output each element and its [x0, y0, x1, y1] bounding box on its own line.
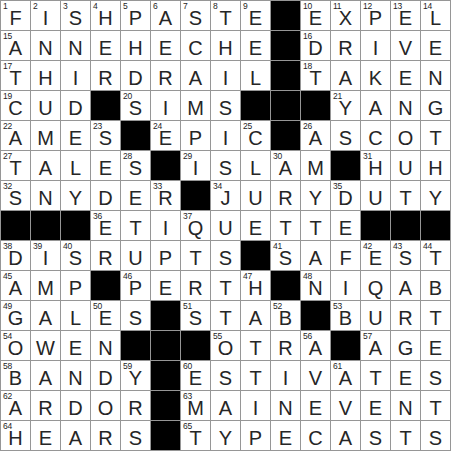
cell-14-13[interactable]: E — [361, 391, 390, 420]
cell-1-4[interactable]: 4H — [91, 1, 120, 30]
cell-1-3[interactable]: 3S — [61, 1, 90, 30]
cell-4-13[interactable]: A — [361, 91, 390, 120]
cell-letter: A — [241, 307, 270, 329]
cell-letter: U — [241, 187, 270, 209]
cell-13-1[interactable]: 58B — [1, 361, 30, 390]
cell-6-11[interactable]: M — [301, 151, 330, 180]
black-cell-15-6 — [151, 421, 180, 450]
cell-5-2[interactable]: M — [31, 121, 60, 150]
cell-10-3[interactable]: P — [61, 271, 90, 300]
cell-letter: S — [1, 187, 30, 209]
cell-15-12[interactable]: A — [331, 421, 360, 450]
cell-letter: R — [181, 277, 210, 299]
cell-8-8[interactable]: U — [211, 211, 240, 240]
cell-4-1[interactable]: 19C — [1, 91, 30, 120]
cell-9-5[interactable]: U — [121, 241, 150, 270]
cell-12-10[interactable]: R — [271, 331, 300, 360]
cell-1-6[interactable]: 6A — [151, 1, 180, 30]
cell-7-2[interactable]: N — [31, 181, 60, 210]
cell-letter: A — [1, 127, 30, 149]
cell-letter: A — [391, 277, 420, 299]
cell-6-9[interactable]: L — [241, 151, 270, 180]
cell-letter: S — [421, 367, 450, 389]
cell-letter: C — [1, 97, 30, 119]
black-cell-14-6 — [151, 391, 180, 420]
cell-10-2[interactable]: M — [31, 271, 60, 300]
cell-letter: V — [331, 397, 360, 419]
cell-letter: A — [271, 157, 300, 179]
cell-letter: H — [91, 7, 120, 29]
cell-2-4[interactable]: E — [91, 31, 120, 60]
cell-letter: A — [181, 67, 210, 89]
cell-letter: T — [421, 307, 450, 329]
cell-9-13[interactable]: 42E — [361, 241, 390, 270]
cell-1-11[interactable]: 10E — [301, 1, 330, 30]
cell-3-12[interactable]: A — [331, 61, 360, 90]
cell-15-10[interactable]: E — [271, 421, 300, 450]
cell-6-14[interactable]: U — [391, 151, 420, 180]
cell-1-13[interactable]: 12P — [361, 1, 390, 30]
cell-11-1[interactable]: 49G — [1, 301, 30, 330]
cell-letter: E — [241, 7, 270, 29]
cell-7-9[interactable]: U — [241, 181, 270, 210]
cell-letter: N — [61, 367, 90, 389]
cell-letter: O — [391, 127, 420, 149]
cell-13-9[interactable]: T — [241, 361, 270, 390]
cell-letter: E — [361, 247, 390, 269]
cell-letter: T — [1, 157, 30, 179]
cell-6-5[interactable]: 28S — [121, 151, 150, 180]
cell-letter: E — [121, 187, 150, 209]
cell-letter: L — [241, 67, 270, 89]
cell-letter: E — [151, 277, 180, 299]
cell-10-8[interactable]: T — [211, 271, 240, 300]
black-cell-10-4 — [91, 271, 120, 300]
cell-9-2[interactable]: 39I — [31, 241, 60, 270]
cell-letter: F — [331, 247, 360, 269]
cell-5-6[interactable]: 24E — [151, 121, 180, 150]
cell-4-14[interactable]: N — [391, 91, 420, 120]
cell-8-7[interactable]: 37Q — [181, 211, 210, 240]
cell-letter: T — [391, 427, 420, 449]
cell-3-3[interactable]: I — [61, 61, 90, 90]
cell-13-13[interactable]: T — [361, 361, 390, 390]
cell-letter: T — [271, 217, 300, 239]
cell-13-2[interactable]: A — [31, 361, 60, 390]
cell-7-5[interactable]: E — [121, 181, 150, 210]
cell-letter: N — [391, 397, 420, 419]
cell-10-6[interactable]: E — [151, 271, 180, 300]
cell-12-13[interactable]: 57A — [361, 331, 390, 360]
cell-14-12[interactable]: V — [331, 391, 360, 420]
cell-3-8[interactable]: I — [211, 61, 240, 90]
cell-11-8[interactable]: T — [211, 301, 240, 330]
cell-3-7[interactable]: A — [181, 61, 210, 90]
cell-2-14[interactable]: V — [391, 31, 420, 60]
cell-letter: A — [151, 7, 180, 29]
cell-15-4[interactable]: R — [91, 421, 120, 450]
cell-letter: M — [31, 127, 60, 149]
cell-13-14[interactable]: E — [391, 361, 420, 390]
cell-letter: S — [211, 367, 240, 389]
cell-2-15[interactable]: E — [421, 31, 450, 60]
cell-1-9[interactable]: 9E — [241, 1, 270, 30]
cell-4-6[interactable]: I — [151, 91, 180, 120]
cell-15-13[interactable]: S — [361, 421, 390, 450]
cell-13-5[interactable]: 59Y — [121, 361, 150, 390]
cell-12-4[interactable]: N — [91, 331, 120, 360]
cell-14-14[interactable]: N — [391, 391, 420, 420]
cell-2-8[interactable]: H — [211, 31, 240, 60]
cell-9-14[interactable]: 43S — [391, 241, 420, 270]
cell-7-11[interactable]: Y — [301, 181, 330, 210]
cell-1-15[interactable]: 14L — [421, 1, 450, 30]
cell-letter: T — [421, 127, 450, 149]
cell-1-8[interactable]: 8T — [211, 1, 240, 30]
cell-3-13[interactable]: K — [361, 61, 390, 90]
cell-10-13[interactable]: Q — [361, 271, 390, 300]
cell-7-4[interactable]: D — [91, 181, 120, 210]
cell-9-12[interactable]: F — [331, 241, 360, 270]
cell-6-3[interactable]: L — [61, 151, 90, 180]
cell-letter: P — [151, 247, 180, 269]
cell-letter: U — [211, 217, 240, 239]
cell-letter: S — [181, 7, 210, 29]
cell-3-11[interactable]: 18T — [301, 61, 330, 90]
cell-1-5[interactable]: 5P — [121, 1, 150, 30]
cell-letter: R — [151, 67, 180, 89]
cell-12-8[interactable]: 55O — [211, 331, 240, 360]
cell-letter: O — [1, 337, 30, 359]
cell-letter: M — [301, 157, 330, 179]
cell-1-14[interactable]: 13E — [391, 1, 420, 30]
cell-letter: R — [91, 247, 120, 269]
cell-4-7[interactable]: M — [181, 91, 210, 120]
cell-letter: P — [121, 7, 150, 29]
cell-letter: I — [331, 277, 360, 299]
black-cell-4-11 — [301, 91, 330, 120]
cell-letter: S — [271, 247, 300, 269]
cell-9-6[interactable]: P — [151, 241, 180, 270]
cell-14-11[interactable]: E — [301, 391, 330, 420]
cell-4-3[interactable]: D — [61, 91, 90, 120]
cell-6-8[interactable]: S — [211, 151, 240, 180]
cell-6-1[interactable]: 27T — [1, 151, 30, 180]
cell-4-2[interactable]: U — [31, 91, 60, 120]
cell-letter: R — [121, 397, 150, 419]
cell-7-14[interactable]: T — [391, 181, 420, 210]
cell-2-7[interactable]: C — [181, 31, 210, 60]
cell-7-12[interactable]: 35D — [331, 181, 360, 210]
cell-15-9[interactable]: P — [241, 421, 270, 450]
cell-8-11[interactable]: T — [301, 211, 330, 240]
black-cell-6-6 — [151, 151, 180, 180]
cell-12-14[interactable]: G — [391, 331, 420, 360]
cell-12-3[interactable]: E — [61, 331, 90, 360]
cell-15-15[interactable]: S — [421, 421, 450, 450]
cell-2-3[interactable]: N — [61, 31, 90, 60]
black-cell-3-10 — [271, 61, 300, 90]
cell-11-10[interactable]: 52B — [271, 301, 300, 330]
cell-letter: Y — [331, 97, 360, 119]
cell-15-7[interactable]: 65T — [181, 421, 210, 450]
cell-13-11[interactable]: V — [301, 361, 330, 390]
cell-letter: D — [121, 67, 150, 89]
cell-2-12[interactable]: R — [331, 31, 360, 60]
cell-3-1[interactable]: 17T — [1, 61, 30, 90]
cell-3-4[interactable]: R — [91, 61, 120, 90]
cell-14-2[interactable]: R — [31, 391, 60, 420]
cell-15-3[interactable]: A — [61, 421, 90, 450]
cell-7-10[interactable]: R — [271, 181, 300, 210]
cell-10-5[interactable]: 46P — [121, 271, 150, 300]
cell-14-4[interactable]: O — [91, 391, 120, 420]
cell-8-6[interactable]: I — [151, 211, 180, 240]
cell-letter: A — [31, 367, 60, 389]
cell-letter: S — [211, 157, 240, 179]
cell-letter: U — [361, 307, 390, 329]
cell-letter: N — [391, 97, 420, 119]
cell-4-5[interactable]: 20S — [121, 91, 150, 120]
cell-15-2[interactable]: E — [31, 421, 60, 450]
cell-letter: C — [301, 427, 330, 449]
cell-10-1[interactable]: 45A — [1, 271, 30, 300]
cell-7-3[interactable]: Y — [61, 181, 90, 210]
cell-15-1[interactable]: 64H — [1, 421, 30, 450]
cell-13-4[interactable]: D — [91, 361, 120, 390]
cell-letter: L — [241, 157, 270, 179]
cell-13-3[interactable]: N — [61, 361, 90, 390]
cell-10-12[interactable]: I — [331, 271, 360, 300]
cell-letter: S — [391, 247, 420, 269]
cell-2-5[interactable]: H — [121, 31, 150, 60]
cell-14-15[interactable]: T — [421, 391, 450, 420]
cell-8-4[interactable]: 36E — [91, 211, 120, 240]
cell-letter: I — [151, 97, 180, 119]
cell-13-12[interactable]: 61A — [331, 361, 360, 390]
black-cell-8-13 — [361, 211, 390, 240]
cell-6-7[interactable]: 29I — [181, 151, 210, 180]
cell-12-9[interactable]: T — [241, 331, 270, 360]
cell-letter: Q — [181, 217, 210, 239]
cell-letter: V — [301, 367, 330, 389]
cell-15-5[interactable]: S — [121, 421, 150, 450]
cell-2-6[interactable]: E — [151, 31, 180, 60]
cell-letter: I — [31, 247, 60, 269]
cell-6-13[interactable]: 31H — [361, 151, 390, 180]
cell-6-15[interactable]: H — [421, 151, 450, 180]
cell-11-15[interactable]: T — [421, 301, 450, 330]
cell-11-2[interactable]: A — [31, 301, 60, 330]
cell-letter: E — [91, 217, 120, 239]
cell-7-1[interactable]: 32S — [1, 181, 30, 210]
cell-8-10[interactable]: T — [271, 211, 300, 240]
cell-5-4[interactable]: 23S — [91, 121, 120, 150]
cell-11-14[interactable]: R — [391, 301, 420, 330]
cell-9-7[interactable]: T — [181, 241, 210, 270]
cell-14-10[interactable]: N — [271, 391, 300, 420]
cell-8-5[interactable]: T — [121, 211, 150, 240]
cell-9-1[interactable]: 38D — [1, 241, 30, 270]
cell-11-12[interactable]: 53B — [331, 301, 360, 330]
cell-6-10[interactable]: 30A — [271, 151, 300, 180]
cell-2-1[interactable]: 15A — [1, 31, 30, 60]
cell-letter: L — [61, 307, 90, 329]
cell-7-13[interactable]: U — [361, 181, 390, 210]
cell-5-11[interactable]: 26A — [301, 121, 330, 150]
cell-2-13[interactable]: I — [361, 31, 390, 60]
cell-14-7[interactable]: 63M — [181, 391, 210, 420]
cell-14-8[interactable]: A — [211, 391, 240, 420]
cell-letter: S — [61, 247, 90, 269]
crossword-grid: 1F2I3S4H5P6A7S8T9E10E11X12P13E14L15ANNEH… — [0, 0, 451, 451]
cell-letter: F — [1, 7, 30, 29]
cell-9-4[interactable]: R — [91, 241, 120, 270]
cell-15-14[interactable]: T — [391, 421, 420, 450]
cell-11-13[interactable]: U — [361, 301, 390, 330]
cell-7-8[interactable]: 34J — [211, 181, 240, 210]
cell-15-8[interactable]: Y — [211, 421, 240, 450]
cell-letter: P — [61, 277, 90, 299]
cell-letter: M — [181, 97, 210, 119]
cell-4-15[interactable]: G — [421, 91, 450, 120]
cell-letter: E — [91, 157, 120, 179]
cell-letter: E — [391, 67, 420, 89]
cell-10-7[interactable]: R — [181, 271, 210, 300]
cell-14-9[interactable]: I — [241, 391, 270, 420]
cell-4-8[interactable]: S — [211, 91, 240, 120]
cell-15-11[interactable]: C — [301, 421, 330, 450]
cell-9-15[interactable]: 44T — [421, 241, 450, 270]
cell-10-9[interactable]: 47H — [241, 271, 270, 300]
cell-14-3[interactable]: D — [61, 391, 90, 420]
cell-14-1[interactable]: 62A — [1, 391, 30, 420]
cell-letter: T — [211, 277, 240, 299]
cell-2-2[interactable]: N — [31, 31, 60, 60]
cell-5-15[interactable]: T — [421, 121, 450, 150]
cell-5-12[interactable]: S — [331, 121, 360, 150]
cell-3-14[interactable]: E — [391, 61, 420, 90]
cell-letter: E — [421, 337, 450, 359]
cell-8-12[interactable]: E — [331, 211, 360, 240]
cell-letter: E — [181, 367, 210, 389]
cell-5-8[interactable]: I — [211, 121, 240, 150]
cell-10-14[interactable]: A — [391, 271, 420, 300]
cell-letter: I — [361, 37, 390, 59]
cell-5-7[interactable]: P — [181, 121, 210, 150]
cell-5-13[interactable]: C — [361, 121, 390, 150]
cell-13-15[interactable]: S — [421, 361, 450, 390]
cell-11-5[interactable]: S — [121, 301, 150, 330]
cell-14-5[interactable]: R — [121, 391, 150, 420]
cell-letter: H — [31, 67, 60, 89]
cell-letter: H — [421, 157, 450, 179]
cell-letter: D — [331, 187, 360, 209]
cell-5-14[interactable]: O — [391, 121, 420, 150]
cell-2-9[interactable]: E — [241, 31, 270, 60]
cell-12-11[interactable]: 56A — [301, 331, 330, 360]
cell-letter: H — [121, 37, 150, 59]
cell-letter: I — [271, 367, 300, 389]
cell-11-3[interactable]: L — [61, 301, 90, 330]
cell-letter: C — [361, 127, 390, 149]
cell-letter: P — [181, 127, 210, 149]
cell-letter: E — [331, 217, 360, 239]
cell-12-15[interactable]: E — [421, 331, 450, 360]
cell-1-12[interactable]: 11X — [331, 1, 360, 30]
cell-letter: E — [391, 367, 420, 389]
cell-13-7[interactable]: 60E — [181, 361, 210, 390]
cell-letter: S — [61, 7, 90, 29]
cell-letter: U — [391, 157, 420, 179]
cell-letter: R — [271, 187, 300, 209]
cell-7-6[interactable]: 33R — [151, 181, 180, 210]
cell-1-1[interactable]: 1F — [1, 1, 30, 30]
cell-1-7[interactable]: 7S — [181, 1, 210, 30]
cell-9-3[interactable]: 40S — [61, 241, 90, 270]
cell-letter: R — [271, 337, 300, 359]
cell-letter: S — [91, 127, 120, 149]
cell-1-2[interactable]: 2I — [31, 1, 60, 30]
cell-2-11[interactable]: 16D — [301, 31, 330, 60]
black-cell-12-5 — [121, 331, 150, 360]
cell-3-5[interactable]: D — [121, 61, 150, 90]
cell-6-2[interactable]: A — [31, 151, 60, 180]
black-cell-13-6 — [151, 361, 180, 390]
cell-9-8[interactable]: S — [211, 241, 240, 270]
cell-9-11[interactable]: A — [301, 241, 330, 270]
cell-letter: N — [31, 187, 60, 209]
cell-letter: S — [361, 427, 390, 449]
cell-3-9[interactable]: L — [241, 61, 270, 90]
cell-11-7[interactable]: 51S — [181, 301, 210, 330]
cell-7-15[interactable]: Y — [421, 181, 450, 210]
cell-5-9[interactable]: 25C — [241, 121, 270, 150]
cell-letter: A — [301, 247, 330, 269]
cell-letter: M — [31, 277, 60, 299]
cell-4-12[interactable]: 21Y — [331, 91, 360, 120]
cell-10-11[interactable]: 48N — [301, 271, 330, 300]
cell-3-15[interactable]: N — [421, 61, 450, 90]
cell-letter: E — [61, 127, 90, 149]
cell-letter: S — [211, 247, 240, 269]
cell-9-10[interactable]: 41S — [271, 241, 300, 270]
cell-letter: U — [121, 247, 150, 269]
cell-13-10[interactable]: I — [271, 361, 300, 390]
cell-letter: X — [331, 7, 360, 29]
black-cell-12-7 — [181, 331, 210, 360]
black-cell-5-5 — [121, 121, 150, 150]
cell-letter: I — [61, 67, 90, 89]
cell-12-1[interactable]: 54O — [1, 331, 30, 360]
cell-3-6[interactable]: R — [151, 61, 180, 90]
black-cell-8-1 — [1, 211, 30, 240]
cell-5-3[interactable]: E — [61, 121, 90, 150]
cell-12-2[interactable]: W — [31, 331, 60, 360]
cell-10-15[interactable]: B — [421, 271, 450, 300]
cell-3-2[interactable]: H — [31, 61, 60, 90]
cell-11-4[interactable]: 50E — [91, 301, 120, 330]
cell-11-9[interactable]: A — [241, 301, 270, 330]
cell-8-9[interactable]: E — [241, 211, 270, 240]
black-cell-8-15 — [421, 211, 450, 240]
cell-6-4[interactable]: E — [91, 151, 120, 180]
cell-letter: L — [421, 7, 450, 29]
cell-letter: I — [211, 127, 240, 149]
cell-13-8[interactable]: S — [211, 361, 240, 390]
cell-5-1[interactable]: 22A — [1, 121, 30, 150]
cell-letter: T — [1, 67, 30, 89]
